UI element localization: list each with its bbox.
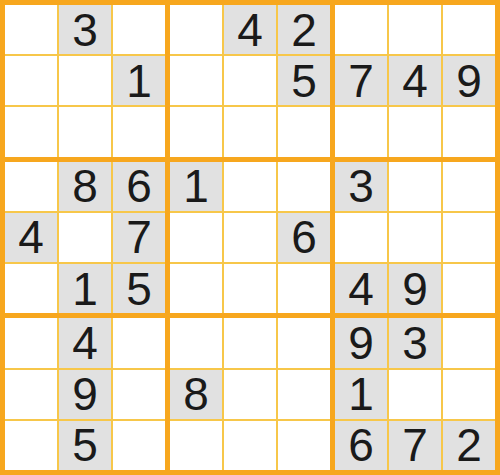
cell-r1c4[interactable]: [170, 5, 222, 54]
cell-r7c8: 3: [389, 318, 441, 367]
cell-r6c4[interactable]: [170, 264, 222, 313]
cell-r2c6: 5: [278, 56, 330, 105]
cell-r5c7[interactable]: [335, 213, 387, 262]
cell-r1c6: 2: [278, 5, 330, 54]
sudoku-board: 31 425 749 864715 16 349 495 8 931672: [0, 0, 500, 475]
cell-r3c2[interactable]: [59, 107, 111, 156]
cell-r7c7: 9: [335, 318, 387, 367]
cell-r7c5[interactable]: [224, 318, 276, 367]
cell-r5c6: 6: [278, 213, 330, 262]
cell-r2c7: 7: [335, 56, 387, 105]
cell-r9c8: 7: [389, 421, 441, 470]
cell-r4c5[interactable]: [224, 162, 276, 211]
cell-r1c3[interactable]: [113, 5, 165, 54]
box-4: 864715: [5, 162, 165, 314]
cell-r8c8[interactable]: [389, 370, 441, 419]
box-9: 931672: [335, 318, 495, 470]
cell-r7c3[interactable]: [113, 318, 165, 367]
cell-r3c7[interactable]: [335, 107, 387, 156]
cell-r4c1[interactable]: [5, 162, 57, 211]
cell-r6c7: 4: [335, 264, 387, 313]
box-5: 16: [170, 162, 330, 314]
cell-r2c8: 4: [389, 56, 441, 105]
cell-r3c8[interactable]: [389, 107, 441, 156]
box-1: 31: [5, 5, 165, 157]
cell-r6c8: 9: [389, 264, 441, 313]
cell-r6c1[interactable]: [5, 264, 57, 313]
cell-r7c6[interactable]: [278, 318, 330, 367]
cell-r9c3[interactable]: [113, 421, 165, 470]
cell-r9c9: 2: [443, 421, 495, 470]
cell-r9c6[interactable]: [278, 421, 330, 470]
cell-r8c7: 1: [335, 370, 387, 419]
cell-r5c8[interactable]: [389, 213, 441, 262]
cell-r7c4[interactable]: [170, 318, 222, 367]
cell-r4c6[interactable]: [278, 162, 330, 211]
cell-r1c7[interactable]: [335, 5, 387, 54]
cell-r5c9[interactable]: [443, 213, 495, 262]
cell-r4c9[interactable]: [443, 162, 495, 211]
cell-r6c2: 1: [59, 264, 111, 313]
cell-r5c3: 7: [113, 213, 165, 262]
cell-r6c6[interactable]: [278, 264, 330, 313]
box-6: 349: [335, 162, 495, 314]
cell-r1c5: 4: [224, 5, 276, 54]
cell-r2c4[interactable]: [170, 56, 222, 105]
cell-r8c4: 8: [170, 370, 222, 419]
cell-r9c7: 6: [335, 421, 387, 470]
cell-r3c9[interactable]: [443, 107, 495, 156]
cell-r8c6[interactable]: [278, 370, 330, 419]
cell-r4c7: 3: [335, 162, 387, 211]
cell-r2c9: 9: [443, 56, 495, 105]
cell-r5c1: 4: [5, 213, 57, 262]
cell-r1c8[interactable]: [389, 5, 441, 54]
cell-r7c9[interactable]: [443, 318, 495, 367]
cell-r4c2: 8: [59, 162, 111, 211]
box-2: 425: [170, 5, 330, 157]
cell-r2c1[interactable]: [5, 56, 57, 105]
box-7: 495: [5, 318, 165, 470]
cell-r6c9[interactable]: [443, 264, 495, 313]
cell-r2c5[interactable]: [224, 56, 276, 105]
cell-r2c2[interactable]: [59, 56, 111, 105]
cell-r5c4[interactable]: [170, 213, 222, 262]
cell-r8c3[interactable]: [113, 370, 165, 419]
cell-r7c2: 4: [59, 318, 111, 367]
cell-r1c2: 3: [59, 5, 111, 54]
cell-r5c2[interactable]: [59, 213, 111, 262]
cell-r7c1[interactable]: [5, 318, 57, 367]
cell-r9c4[interactable]: [170, 421, 222, 470]
cell-r4c4: 1: [170, 162, 222, 211]
cell-r9c5[interactable]: [224, 421, 276, 470]
cell-r2c3: 1: [113, 56, 165, 105]
box-8: 8: [170, 318, 330, 470]
cell-r3c6[interactable]: [278, 107, 330, 156]
cell-r9c1[interactable]: [5, 421, 57, 470]
cell-r8c1[interactable]: [5, 370, 57, 419]
cell-r1c1[interactable]: [5, 5, 57, 54]
cell-r4c8[interactable]: [389, 162, 441, 211]
cell-r3c1[interactable]: [5, 107, 57, 156]
cell-r3c4[interactable]: [170, 107, 222, 156]
cell-r8c9[interactable]: [443, 370, 495, 419]
cell-r6c5[interactable]: [224, 264, 276, 313]
cell-r9c2: 5: [59, 421, 111, 470]
cell-r3c3[interactable]: [113, 107, 165, 156]
cell-r6c3: 5: [113, 264, 165, 313]
cell-r8c5[interactable]: [224, 370, 276, 419]
cell-r1c9[interactable]: [443, 5, 495, 54]
box-3: 749: [335, 5, 495, 157]
cell-r3c5[interactable]: [224, 107, 276, 156]
cell-r4c3: 6: [113, 162, 165, 211]
cell-r5c5[interactable]: [224, 213, 276, 262]
cell-r8c2: 9: [59, 370, 111, 419]
